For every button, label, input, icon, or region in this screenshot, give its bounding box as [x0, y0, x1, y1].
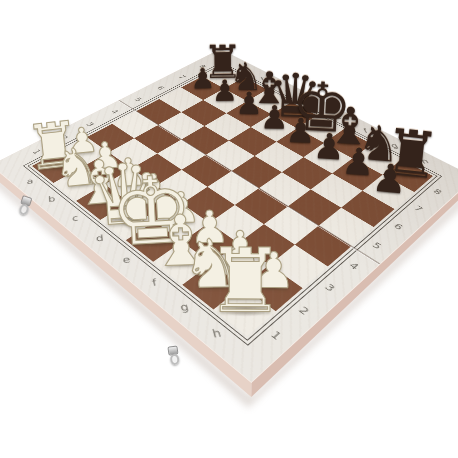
file-label-d-top: d: [308, 101, 317, 107]
rank-label-8-left: 8: [198, 64, 208, 69]
file-label-f-bottom: f: [151, 278, 157, 288]
rank-label-6-left: 6: [156, 85, 166, 91]
file-label-a-top: a: [238, 65, 245, 70]
rank-label-2-right: 2: [297, 304, 312, 316]
rank-label-3-left: 3: [85, 121, 96, 128]
rank-label-7-right: 7: [413, 204, 425, 213]
rank-label-7-left: 7: [177, 74, 187, 79]
file-label-g-top: g: [389, 142, 399, 149]
rank-label-3-right: 3: [323, 282, 337, 293]
file-label-c-top: c: [284, 88, 291, 93]
rank-label-4-right: 4: [348, 261, 362, 271]
file-label-e-top: e: [334, 114, 343, 120]
file-label-c-bottom: c: [72, 214, 79, 222]
file-label-b-bottom: b: [48, 195, 55, 203]
file-label-f-top: f: [362, 128, 369, 134]
file-label-a-bottom: a: [27, 177, 34, 184]
rank-label-4-left: 4: [110, 108, 121, 114]
rank-label-5-left: 5: [133, 96, 144, 102]
rank-label-1-left: 1: [31, 148, 43, 155]
rank-label-1-right: 1: [269, 329, 284, 342]
rank-label-8-right: 8: [432, 187, 444, 195]
file-label-g-bottom: g: [179, 302, 189, 313]
file-label-h-bottom: h: [211, 327, 222, 339]
file-label-h-top: h: [420, 158, 431, 165]
rank-label-2-left: 2: [59, 134, 71, 141]
file-label-b-top: b: [260, 76, 268, 81]
rank-label-5-right: 5: [371, 241, 384, 251]
file-label-d-bottom: d: [96, 234, 104, 243]
file-label-e-bottom: e: [122, 255, 131, 265]
chess-set-photo: aabbccddeeffgghh1122334455667788 ♜♟♞♟♝♟♛…: [0, 0, 458, 458]
rank-label-6-right: 6: [393, 222, 406, 231]
